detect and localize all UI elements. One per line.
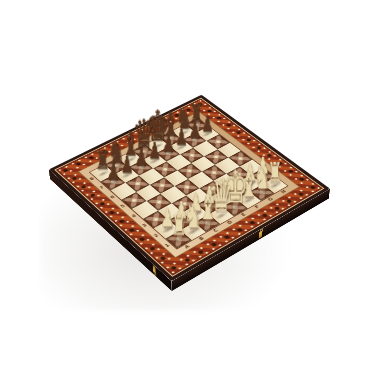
black-pawn-glyph: ♟ bbox=[106, 160, 119, 183]
black-pawn-glyph: ♟ bbox=[188, 119, 201, 141]
brass-latch-icon[interactable] bbox=[153, 265, 156, 274]
black-pawn-glyph: ♟ bbox=[120, 153, 133, 176]
black-pawn-glyph: ♟ bbox=[134, 146, 147, 169]
black-pawn-glyph: ♟ bbox=[175, 126, 188, 148]
black-pawn-glyph: ♟ bbox=[162, 132, 175, 154]
square-e5[interactable] bbox=[177, 163, 201, 179]
white-rook-glyph: ♜ bbox=[170, 212, 186, 241]
photo-canvas: ABCDEFGH 12345678 ♜♞♝♛♚♝♞♜♟♟♟♟♟♟♟♟♟♟♟♟♟♟… bbox=[0, 0, 376, 376]
black-pawn-glyph: ♟ bbox=[201, 113, 214, 135]
brass-latch-icon[interactable] bbox=[259, 230, 262, 238]
black-pawn-glyph: ♟ bbox=[148, 139, 161, 162]
squares-grid: ♜♞♝♛♚♝♞♜♟♟♟♟♟♟♟♟♟♟♟♟♟♟♟♟♜♞♝♛♚♝♞♜ bbox=[90, 118, 287, 248]
